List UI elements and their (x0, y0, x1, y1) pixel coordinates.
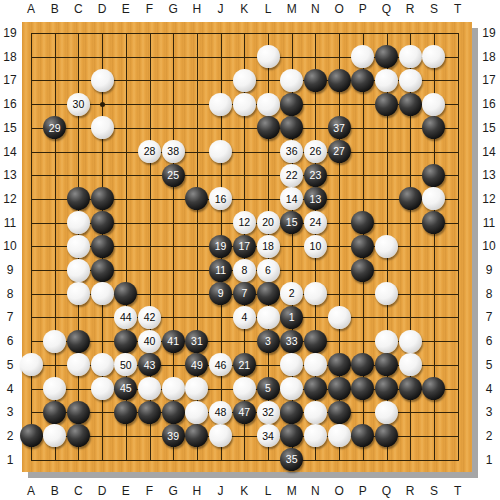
white-stone[interactable] (185, 401, 208, 424)
black-stone[interactable] (185, 424, 208, 447)
go-board[interactable]: 3029372838362627252223161413122015241917… (22, 22, 472, 472)
coord-label-bottom: J (218, 484, 224, 498)
coord-label-bottom: A (27, 484, 35, 498)
black-stone[interactable] (162, 401, 185, 424)
white-stone[interactable] (351, 45, 374, 68)
coord-label-left: 11 (4, 216, 16, 230)
move-number: 22 (286, 170, 298, 181)
white-stone[interactable] (328, 424, 351, 447)
coord-label-bottom: E (122, 484, 130, 498)
black-stone[interactable] (67, 424, 90, 447)
white-stone[interactable]: 12 (233, 211, 256, 234)
black-stone[interactable] (328, 401, 351, 424)
coord-label-left: 12 (3, 192, 16, 206)
coord-label-bottom: T (454, 484, 461, 498)
black-stone[interactable] (375, 93, 398, 116)
coord-label-left: 5 (7, 358, 14, 372)
white-stone[interactable] (375, 282, 398, 305)
coord-label-right: 5 (486, 358, 493, 372)
black-stone[interactable] (257, 116, 280, 139)
white-stone[interactable] (91, 282, 114, 305)
white-stone[interactable] (257, 93, 280, 116)
coord-label-left: 15 (3, 121, 16, 135)
white-stone[interactable] (375, 69, 398, 92)
white-stone[interactable]: 6 (257, 259, 280, 282)
move-number: 5 (265, 383, 271, 394)
black-stone[interactable]: 23 (304, 164, 327, 187)
black-stone[interactable] (351, 211, 374, 234)
white-stone[interactable] (233, 93, 256, 116)
coord-label-top: B (51, 2, 59, 16)
white-stone[interactable] (43, 330, 66, 353)
black-stone[interactable] (375, 45, 398, 68)
white-stone[interactable] (67, 259, 90, 282)
coord-label-right: 16 (482, 97, 495, 111)
coord-label-top: K (240, 2, 248, 16)
move-number: 3 (265, 336, 271, 347)
coord-label-top: N (311, 2, 320, 16)
move-number: 29 (49, 123, 61, 134)
black-stone[interactable] (399, 187, 422, 210)
black-stone[interactable]: 11 (209, 259, 232, 282)
white-stone[interactable]: 28 (138, 140, 161, 163)
coord-label-right: 11 (483, 216, 495, 230)
grid-line-horizontal (31, 460, 459, 461)
white-stone[interactable] (422, 93, 445, 116)
move-number: 46 (215, 360, 227, 371)
white-stone[interactable]: 16 (209, 187, 232, 210)
coord-label-top: J (218, 2, 224, 16)
white-stone[interactable] (67, 353, 90, 376)
coord-label-bottom: O (334, 484, 343, 498)
white-stone[interactable]: 22 (280, 164, 303, 187)
coord-label-right: 6 (486, 334, 493, 348)
coord-label-left: 19 (3, 26, 16, 40)
coord-label-bottom: R (406, 484, 415, 498)
black-stone[interactable]: 17 (233, 235, 256, 258)
black-stone[interactable] (399, 93, 422, 116)
move-number: 12 (238, 217, 250, 228)
coord-label-left: 18 (3, 50, 16, 64)
white-stone[interactable] (399, 69, 422, 92)
black-stone[interactable]: 39 (162, 424, 185, 447)
move-number: 15 (286, 217, 298, 228)
move-number: 49 (191, 360, 203, 371)
grid-line-vertical (458, 33, 459, 461)
coord-label-bottom: D (98, 484, 107, 498)
white-stone[interactable] (280, 353, 303, 376)
white-stone[interactable]: 24 (304, 211, 327, 234)
move-number: 41 (167, 336, 179, 347)
white-stone[interactable] (399, 330, 422, 353)
black-stone[interactable]: 47 (233, 401, 256, 424)
black-stone[interactable] (351, 353, 374, 376)
black-stone[interactable]: 15 (280, 211, 303, 234)
move-number: 36 (286, 146, 298, 157)
white-stone[interactable] (304, 282, 327, 305)
coord-label-bottom: H (193, 484, 202, 498)
coord-label-right: 18 (482, 50, 495, 64)
white-stone[interactable] (399, 353, 422, 376)
coord-label-right: 13 (482, 168, 495, 182)
move-number: 16 (215, 194, 227, 205)
black-stone[interactable] (304, 377, 327, 400)
coord-label-right: 12 (482, 192, 495, 206)
move-number: 2 (289, 288, 295, 299)
white-stone[interactable] (209, 424, 232, 447)
black-stone[interactable]: 41 (162, 330, 185, 353)
coord-label-right: 7 (486, 310, 493, 324)
black-stone[interactable]: 45 (114, 377, 137, 400)
white-stone[interactable] (209, 140, 232, 163)
black-stone[interactable]: 21 (233, 353, 256, 376)
coord-label-left: 1 (7, 453, 14, 467)
white-stone[interactable] (280, 377, 303, 400)
coord-label-bottom: F (146, 484, 153, 498)
move-number: 39 (167, 431, 179, 442)
coord-label-left: 3 (7, 405, 14, 419)
coord-label-right: 10 (482, 239, 495, 253)
black-stone[interactable] (114, 330, 137, 353)
white-stone[interactable]: 4 (233, 306, 256, 329)
white-stone[interactable]: 36 (280, 140, 303, 163)
coord-label-top: D (98, 2, 107, 16)
white-stone[interactable] (209, 93, 232, 116)
white-stone[interactable] (91, 116, 114, 139)
black-stone[interactable] (304, 330, 327, 353)
black-stone[interactable] (91, 187, 114, 210)
move-number: 40 (144, 336, 156, 347)
white-stone[interactable] (91, 353, 114, 376)
black-stone[interactable] (399, 377, 422, 400)
white-stone[interactable] (399, 45, 422, 68)
move-number: 18 (262, 241, 274, 252)
black-stone[interactable]: 19 (209, 235, 232, 258)
white-stone[interactable] (328, 306, 351, 329)
move-number: 37 (333, 123, 345, 134)
black-stone[interactable] (91, 235, 114, 258)
move-number: 17 (238, 241, 250, 252)
coord-label-left: 13 (3, 168, 16, 182)
black-stone[interactable] (422, 116, 445, 139)
black-stone[interactable] (422, 211, 445, 234)
white-stone[interactable]: 40 (138, 330, 161, 353)
black-stone[interactable]: 5 (257, 377, 280, 400)
coord-label-right: 1 (486, 453, 493, 467)
coord-label-left: 6 (7, 334, 14, 348)
coord-label-bottom: S (430, 484, 438, 498)
coord-label-top: Q (382, 2, 391, 16)
coord-label-right: 3 (486, 405, 493, 419)
coord-label-left: 16 (3, 97, 16, 111)
coord-label-right: 2 (486, 429, 493, 443)
white-stone[interactable]: 46 (209, 353, 232, 376)
white-stone[interactable] (67, 282, 90, 305)
black-stone[interactable]: 1 (280, 306, 303, 329)
white-stone[interactable] (422, 187, 445, 210)
black-stone[interactable] (114, 282, 137, 305)
black-stone[interactable] (67, 330, 90, 353)
coord-label-top: P (359, 2, 367, 16)
coord-label-right: 17 (482, 73, 495, 87)
white-stone[interactable] (43, 377, 66, 400)
coord-label-left: 2 (7, 429, 14, 443)
black-stone[interactable] (138, 401, 161, 424)
move-number: 25 (167, 170, 179, 181)
white-stone[interactable]: 38 (162, 140, 185, 163)
move-number: 9 (218, 288, 224, 299)
move-number: 38 (167, 146, 179, 157)
coord-label-bottom: L (265, 484, 272, 498)
black-stone[interactable]: 43 (138, 353, 161, 376)
move-number: 45 (120, 383, 132, 394)
white-stone[interactable]: 8 (233, 259, 256, 282)
coord-label-top: L (265, 2, 272, 16)
black-stone[interactable]: 25 (162, 164, 185, 187)
black-stone[interactable] (185, 187, 208, 210)
white-stone[interactable]: 44 (114, 306, 137, 329)
black-stone[interactable] (280, 401, 303, 424)
coord-label-top: H (193, 2, 202, 16)
move-number: 6 (265, 265, 271, 276)
move-number: 24 (310, 217, 322, 228)
black-stone[interactable] (67, 187, 90, 210)
black-stone[interactable] (67, 401, 90, 424)
black-stone[interactable] (91, 259, 114, 282)
coord-label-bottom: G (169, 484, 178, 498)
black-stone[interactable] (422, 164, 445, 187)
white-stone[interactable] (375, 401, 398, 424)
move-number: 50 (120, 360, 132, 371)
move-number: 8 (241, 265, 247, 276)
black-stone[interactable] (280, 93, 303, 116)
move-number: 21 (238, 360, 250, 371)
black-stone[interactable] (20, 424, 43, 447)
coord-label-right: 4 (486, 382, 493, 396)
white-stone[interactable]: 18 (257, 235, 280, 258)
white-stone[interactable] (162, 377, 185, 400)
white-stone[interactable] (91, 69, 114, 92)
coord-label-left: 14 (3, 145, 16, 159)
black-stone[interactable]: 13 (304, 187, 327, 210)
go-board-diagram: ABCDEFGHJKLMNOPQRST ABCDEFGHJKLMNOPQRST … (0, 0, 500, 500)
white-stone[interactable]: 14 (280, 187, 303, 210)
move-number: 20 (262, 217, 274, 228)
move-number: 35 (286, 454, 298, 465)
black-stone[interactable] (328, 69, 351, 92)
white-stone[interactable]: 2 (280, 282, 303, 305)
black-stone[interactable] (280, 424, 303, 447)
move-number: 47 (238, 407, 250, 418)
white-stone[interactable] (43, 424, 66, 447)
coord-label-right: 8 (486, 287, 493, 301)
black-stone[interactable] (257, 282, 280, 305)
white-stone[interactable] (91, 377, 114, 400)
move-number: 13 (310, 194, 322, 205)
coord-label-right: 9 (486, 263, 493, 277)
move-number: 48 (215, 407, 227, 418)
black-stone[interactable]: 3 (257, 330, 280, 353)
coord-label-top: S (430, 2, 438, 16)
move-number: 4 (241, 312, 247, 323)
move-number: 1 (289, 312, 295, 323)
move-number: 30 (73, 99, 85, 110)
white-stone[interactable] (375, 235, 398, 258)
coord-label-bottom: P (359, 484, 367, 498)
move-number: 43 (144, 360, 156, 371)
white-stone[interactable] (233, 69, 256, 92)
move-number: 19 (215, 241, 227, 252)
move-number: 44 (120, 312, 132, 323)
coord-label-bottom: C (74, 484, 83, 498)
white-stone[interactable] (257, 45, 280, 68)
move-number: 10 (310, 241, 322, 252)
black-stone[interactable] (91, 211, 114, 234)
coord-label-bottom: M (287, 484, 297, 498)
black-stone[interactable]: 33 (280, 330, 303, 353)
black-stone[interactable] (351, 377, 374, 400)
coord-label-left: 9 (7, 263, 14, 277)
coord-label-top: F (146, 2, 153, 16)
white-stone[interactable]: 34 (257, 424, 280, 447)
coord-label-left: 10 (3, 239, 16, 253)
white-stone[interactable] (304, 353, 327, 376)
black-stone[interactable]: 49 (185, 353, 208, 376)
black-stone[interactable] (304, 69, 327, 92)
white-stone[interactable] (280, 69, 303, 92)
white-stone[interactable]: 48 (209, 401, 232, 424)
black-stone[interactable]: 31 (185, 330, 208, 353)
black-stone[interactable] (375, 377, 398, 400)
coord-label-bottom: K (240, 484, 248, 498)
move-number: 33 (286, 336, 298, 347)
move-number: 26 (310, 146, 322, 157)
black-stone[interactable]: 29 (43, 116, 66, 139)
move-number: 11 (215, 265, 226, 276)
coord-label-top: O (334, 2, 343, 16)
black-stone[interactable] (375, 353, 398, 376)
move-number: 28 (144, 146, 156, 157)
coord-label-top: M (287, 2, 297, 16)
black-stone[interactable] (351, 259, 374, 282)
white-stone[interactable] (304, 424, 327, 447)
black-stone[interactable]: 9 (209, 282, 232, 305)
move-number: 23 (310, 170, 322, 181)
black-stone[interactable] (351, 424, 374, 447)
move-number: 42 (144, 312, 156, 323)
white-stone[interactable] (67, 211, 90, 234)
white-stone[interactable]: 26 (304, 140, 327, 163)
move-number: 27 (333, 146, 345, 157)
coord-label-left: 17 (3, 73, 16, 87)
black-stone[interactable] (422, 377, 445, 400)
coord-label-top: G (169, 2, 178, 16)
coord-label-left: 4 (7, 382, 14, 396)
move-number: 31 (191, 336, 203, 347)
coord-label-right: 19 (482, 26, 495, 40)
black-stone[interactable]: 7 (233, 282, 256, 305)
white-stone[interactable]: 32 (257, 401, 280, 424)
coord-label-left: 7 (7, 310, 14, 324)
coord-label-bottom: B (51, 484, 59, 498)
coord-label-top: T (454, 2, 461, 16)
black-stone[interactable] (328, 377, 351, 400)
hoshi-point (100, 102, 105, 107)
black-stone[interactable]: 35 (280, 448, 303, 471)
coord-label-top: C (74, 2, 83, 16)
black-stone[interactable] (280, 116, 303, 139)
move-number: 7 (241, 288, 247, 299)
white-stone[interactable] (138, 377, 161, 400)
coord-label-top: A (27, 2, 35, 16)
move-number: 34 (262, 431, 274, 442)
coord-label-top: E (122, 2, 130, 16)
coord-label-bottom: N (311, 484, 320, 498)
coord-label-left: 8 (7, 287, 14, 301)
coord-label-right: 14 (482, 145, 495, 159)
white-stone[interactable] (257, 306, 280, 329)
white-stone[interactable] (304, 401, 327, 424)
black-stone[interactable] (328, 353, 351, 376)
white-stone[interactable]: 42 (138, 306, 161, 329)
black-stone[interactable] (114, 401, 137, 424)
move-number: 32 (262, 407, 274, 418)
move-number: 14 (286, 194, 298, 205)
black-stone[interactable] (351, 69, 374, 92)
white-stone[interactable] (233, 377, 256, 400)
black-stone[interactable] (375, 424, 398, 447)
white-stone[interactable] (375, 330, 398, 353)
white-stone[interactable] (20, 353, 43, 376)
white-stone[interactable]: 30 (67, 93, 90, 116)
coord-label-top: R (406, 2, 415, 16)
black-stone[interactable] (351, 235, 374, 258)
coord-label-bottom: Q (382, 484, 391, 498)
black-stone[interactable]: 37 (328, 116, 351, 139)
black-stone[interactable] (43, 401, 66, 424)
white-stone[interactable] (67, 235, 90, 258)
coord-label-right: 15 (482, 121, 495, 135)
white-stone[interactable]: 20 (257, 211, 280, 234)
white-stone[interactable] (422, 45, 445, 68)
white-stone[interactable]: 10 (304, 235, 327, 258)
white-stone[interactable] (185, 377, 208, 400)
black-stone[interactable]: 27 (328, 140, 351, 163)
white-stone[interactable]: 50 (114, 353, 137, 376)
